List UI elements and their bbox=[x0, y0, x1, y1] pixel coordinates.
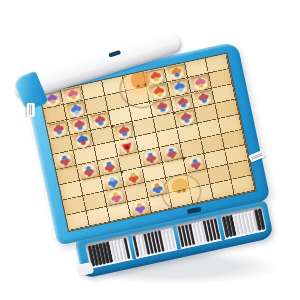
shogi-piece-near[interactable] bbox=[123, 168, 144, 186]
latch-tab-left[interactable] bbox=[26, 103, 34, 117]
piece-sticker-art bbox=[150, 182, 164, 195]
piece-body bbox=[151, 98, 172, 116]
piece-sticker-art bbox=[72, 118, 86, 131]
shogi-set-photo bbox=[0, 0, 300, 300]
piece-sticker-art bbox=[69, 103, 83, 116]
piece-sticker-art bbox=[193, 76, 207, 89]
piece-body bbox=[89, 112, 110, 130]
piece-body bbox=[185, 154, 206, 172]
lid-slot bbox=[108, 50, 121, 57]
shogi-piece-near[interactable] bbox=[54, 151, 75, 169]
piece-sticker-art bbox=[151, 85, 165, 98]
piece-sticker-art bbox=[169, 65, 183, 78]
piece-sticker-art bbox=[93, 114, 107, 127]
shogi-piece-near[interactable] bbox=[161, 144, 182, 162]
piece-sticker-art bbox=[65, 88, 79, 101]
piece-sticker-art bbox=[116, 124, 130, 137]
piece-sticker-art bbox=[51, 123, 65, 136]
piece-sticker-art bbox=[188, 157, 202, 170]
shogi-piece-near[interactable] bbox=[78, 162, 99, 180]
piece-sticker-art bbox=[172, 81, 186, 94]
shogi-piece-far[interactable] bbox=[72, 131, 93, 149]
piece-sticker-art bbox=[133, 201, 147, 214]
piece-sticker-art bbox=[58, 154, 72, 167]
piece-body bbox=[193, 89, 214, 107]
shogi-piece-far[interactable] bbox=[89, 112, 110, 130]
piece-body bbox=[140, 148, 161, 166]
piece-sticker-art bbox=[120, 140, 134, 153]
piece-body bbox=[105, 188, 126, 206]
piece-sticker-art bbox=[102, 160, 116, 173]
tray-end-cap bbox=[77, 262, 94, 276]
piece-body bbox=[161, 144, 182, 162]
shogi-piece-near[interactable] bbox=[185, 154, 206, 172]
piece-sticker-art bbox=[148, 70, 162, 83]
shogi-piece-far[interactable] bbox=[193, 89, 214, 107]
piece-body bbox=[48, 121, 69, 139]
piece-sticker-art bbox=[196, 91, 210, 104]
shogi-piece-far[interactable] bbox=[175, 109, 196, 127]
piece-sticker-art bbox=[179, 111, 193, 124]
piece-sticker-art bbox=[175, 96, 189, 109]
piece-body bbox=[123, 168, 144, 186]
piece-sticker-art bbox=[109, 191, 123, 204]
piece-body bbox=[116, 138, 137, 156]
shogi-piece-near[interactable] bbox=[116, 138, 137, 156]
piece-sticker-art bbox=[155, 100, 169, 113]
piece-sticker-art bbox=[82, 165, 96, 178]
piece-sticker-art bbox=[126, 171, 140, 184]
piece-sticker-art bbox=[144, 151, 158, 164]
piece-body bbox=[54, 151, 75, 169]
piece-body bbox=[72, 131, 93, 149]
piece-body bbox=[175, 109, 196, 127]
piece-sticker-art bbox=[164, 147, 178, 160]
shogi-piece-near[interactable] bbox=[140, 148, 161, 166]
shogi-piece-near[interactable] bbox=[105, 188, 126, 206]
piece-body bbox=[78, 162, 99, 180]
shogi-piece-far[interactable] bbox=[151, 98, 172, 116]
piece-sticker-art bbox=[75, 133, 89, 146]
shogi-piece-far[interactable] bbox=[48, 121, 69, 139]
piece-sticker-art bbox=[106, 175, 120, 188]
